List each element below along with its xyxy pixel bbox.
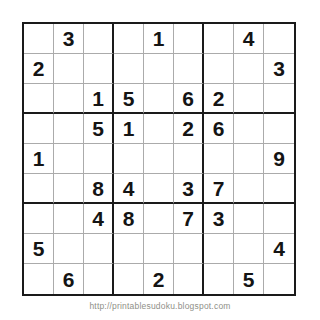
cell-r2c7[interactable]	[204, 54, 234, 84]
cell-r9c1[interactable]	[24, 264, 54, 294]
cell-r9c9[interactable]	[264, 264, 294, 294]
cell-r6c4[interactable]: 4	[114, 174, 144, 204]
given-digit: 6	[213, 118, 225, 139]
cell-r7c3[interactable]: 4	[84, 204, 114, 234]
cell-r5c4[interactable]	[114, 144, 144, 174]
given-digit: 9	[273, 148, 285, 169]
given-digit: 7	[182, 208, 194, 229]
given-digit: 5	[92, 118, 104, 139]
cell-r7c4[interactable]: 8	[114, 204, 144, 234]
cell-r3c8[interactable]	[234, 84, 264, 114]
given-digit: 3	[182, 178, 194, 199]
cell-r6c5[interactable]	[144, 174, 174, 204]
cell-r2c8[interactable]	[234, 54, 264, 84]
cell-r2c9[interactable]: 3	[264, 54, 294, 84]
cell-r2c4[interactable]	[114, 54, 144, 84]
given-digit: 4	[92, 208, 104, 229]
cell-r3c3[interactable]: 1	[84, 84, 114, 114]
cell-r8c8[interactable]	[234, 234, 264, 264]
cell-r2c2[interactable]	[54, 54, 84, 84]
cell-r4c4[interactable]: 1	[114, 114, 144, 144]
cell-r1c9[interactable]	[264, 24, 294, 54]
given-digit: 2	[33, 58, 45, 79]
cell-r2c5[interactable]	[144, 54, 174, 84]
cell-r5c2[interactable]	[54, 144, 84, 174]
cell-r6c9[interactable]	[264, 174, 294, 204]
cell-r3c4[interactable]: 5	[114, 84, 144, 114]
given-digit: 5	[33, 238, 45, 259]
cell-r4c3[interactable]: 5	[84, 114, 114, 144]
given-digit: 1	[33, 148, 45, 169]
cell-r8c2[interactable]	[54, 234, 84, 264]
cell-r8c3[interactable]	[84, 234, 114, 264]
cell-r1c6[interactable]	[174, 24, 204, 54]
cell-r3c6[interactable]: 6	[174, 84, 204, 114]
given-digit: 4	[243, 28, 255, 49]
given-digit: 5	[243, 269, 255, 290]
page: 3142315625126198437487354625 http://prin…	[0, 0, 320, 320]
source-url: http://printablesudoku.blogspot.com	[0, 301, 320, 311]
cell-r7c7[interactable]: 3	[204, 204, 234, 234]
cell-r9c2[interactable]: 6	[54, 264, 84, 294]
cell-r7c5[interactable]	[144, 204, 174, 234]
cell-r1c3[interactable]	[84, 24, 114, 54]
cell-r6c7[interactable]: 7	[204, 174, 234, 204]
given-digit: 8	[92, 178, 104, 199]
cell-r4c9[interactable]	[264, 114, 294, 144]
cell-r7c8[interactable]	[234, 204, 264, 234]
cell-r5c8[interactable]	[234, 144, 264, 174]
cell-r1c4[interactable]	[114, 24, 144, 54]
cell-r1c8[interactable]: 4	[234, 24, 264, 54]
given-digit: 7	[213, 178, 225, 199]
cell-r4c5[interactable]	[144, 114, 174, 144]
cell-r3c7[interactable]: 2	[204, 84, 234, 114]
cell-r5c9[interactable]: 9	[264, 144, 294, 174]
cell-r2c1[interactable]: 2	[24, 54, 54, 84]
given-digit: 1	[153, 28, 165, 49]
cell-r2c3[interactable]	[84, 54, 114, 84]
cell-r3c9[interactable]	[264, 84, 294, 114]
cell-r8c9[interactable]: 4	[264, 234, 294, 264]
given-digit: 3	[63, 28, 75, 49]
cell-r1c1[interactable]	[24, 24, 54, 54]
cell-r9c7[interactable]	[204, 264, 234, 294]
cell-r5c1[interactable]: 1	[24, 144, 54, 174]
cell-r6c2[interactable]	[54, 174, 84, 204]
given-digit: 2	[182, 118, 194, 139]
cell-r8c1[interactable]: 5	[24, 234, 54, 264]
cell-r9c6[interactable]	[174, 264, 204, 294]
given-digit: 5	[123, 88, 135, 109]
cell-r4c1[interactable]	[24, 114, 54, 144]
cell-r4c8[interactable]	[234, 114, 264, 144]
given-digit: 2	[153, 269, 165, 290]
given-digit: 8	[123, 208, 135, 229]
cell-r3c2[interactable]	[54, 84, 84, 114]
cell-r9c8[interactable]: 5	[234, 264, 264, 294]
cell-r5c3[interactable]	[84, 144, 114, 174]
cell-r6c8[interactable]	[234, 174, 264, 204]
cell-r9c5[interactable]: 2	[144, 264, 174, 294]
cell-r3c1[interactable]	[24, 84, 54, 114]
cell-r7c2[interactable]	[54, 204, 84, 234]
given-digit: 4	[123, 178, 135, 199]
cell-r7c1[interactable]	[24, 204, 54, 234]
given-digit: 3	[273, 58, 285, 79]
given-digit: 4	[273, 238, 285, 259]
cell-r7c9[interactable]	[264, 204, 294, 234]
cell-r9c3[interactable]	[84, 264, 114, 294]
cell-r1c2[interactable]: 3	[54, 24, 84, 54]
cell-r6c1[interactable]	[24, 174, 54, 204]
cell-r4c7[interactable]: 6	[204, 114, 234, 144]
cell-r1c5[interactable]: 1	[144, 24, 174, 54]
cell-r3c5[interactable]	[144, 84, 174, 114]
cell-r4c6[interactable]: 2	[174, 114, 204, 144]
cell-r9c4[interactable]	[114, 264, 144, 294]
cell-r1c7[interactable]	[204, 24, 234, 54]
given-digit: 2	[213, 88, 225, 109]
cell-r8c4[interactable]	[114, 234, 144, 264]
given-digit: 6	[63, 269, 75, 290]
cell-r7c6[interactable]: 7	[174, 204, 204, 234]
given-digit: 3	[213, 208, 225, 229]
cell-r8c6[interactable]	[174, 234, 204, 264]
cell-r8c5[interactable]	[144, 234, 174, 264]
cell-r5c7[interactable]	[204, 144, 234, 174]
cell-r6c6[interactable]: 3	[174, 174, 204, 204]
cell-r2c6[interactable]	[174, 54, 204, 84]
sudoku-board: 3142315625126198437487354625	[22, 22, 296, 296]
cell-r5c6[interactable]	[174, 144, 204, 174]
cell-r5c5[interactable]	[144, 144, 174, 174]
cell-r6c3[interactable]: 8	[84, 174, 114, 204]
cell-r8c7[interactable]	[204, 234, 234, 264]
cell-r4c2[interactable]	[54, 114, 84, 144]
given-digit: 6	[182, 88, 194, 109]
given-digit: 1	[123, 118, 135, 139]
given-digit: 1	[92, 88, 104, 109]
